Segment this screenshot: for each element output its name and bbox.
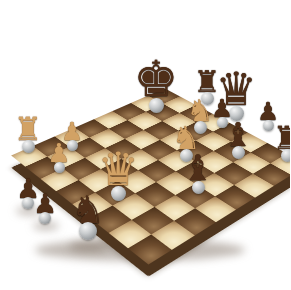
ground-shadow bbox=[69, 241, 109, 252]
black-rook-h1: ♜ bbox=[265, 122, 290, 162]
chrome-ball-base bbox=[192, 181, 205, 194]
chrome-ball-base bbox=[281, 149, 291, 162]
chrome-ball-base bbox=[149, 98, 164, 113]
chrome-ball-base bbox=[111, 186, 126, 201]
black-pawn-captured: ♟ bbox=[23, 190, 67, 224]
chrome-ball-base bbox=[79, 222, 97, 240]
product-photo: ♚♜♛♟♟♝♝♜♜♟♟♞♞♛♟♟♞ bbox=[0, 0, 290, 290]
king-glyph: ♚ bbox=[134, 54, 179, 104]
chrome-ball-base bbox=[54, 162, 65, 173]
black-bishop-d3: ♝ bbox=[176, 151, 220, 194]
black-king-g7: ♚ bbox=[134, 54, 178, 113]
chrome-ball-base bbox=[232, 146, 245, 159]
chrome-ball-base bbox=[39, 212, 51, 224]
chrome-ball-base bbox=[22, 140, 35, 153]
black-bishop-g3: ♝ bbox=[216, 118, 260, 159]
white-pawn-b6: ♟ bbox=[37, 140, 81, 173]
black-knight-captured: ♞ bbox=[66, 191, 110, 240]
